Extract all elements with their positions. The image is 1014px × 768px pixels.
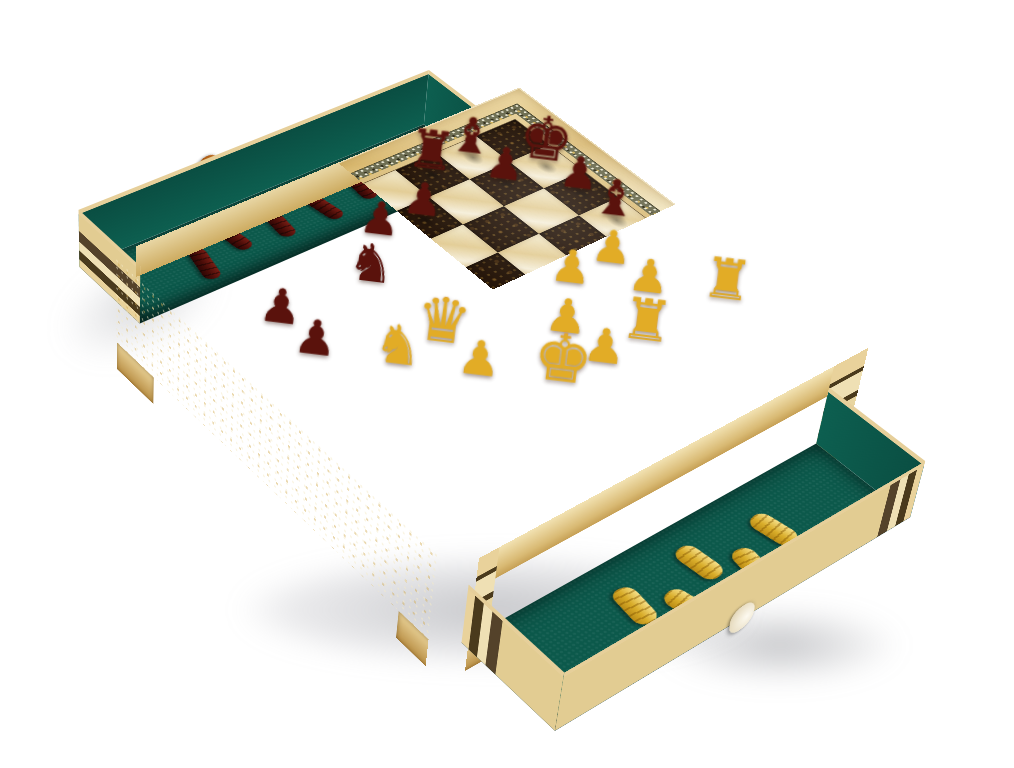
light-pawn-glyph: ♟	[448, 330, 512, 384]
dark-pawn: ♟	[284, 302, 349, 365]
drawer-right-knob-ivory	[729, 597, 756, 638]
light-king-glyph: ♚	[530, 322, 596, 395]
light-king: ♚	[530, 314, 597, 395]
drawer-left-knob-amber	[196, 151, 219, 182]
chess-box: ♚♟♝♝♟♜♟♟♞♟♟♜♟♟♟♜♟♟♚♛♟♞	[115, 88, 869, 571]
light-rook-glyph: ♜	[697, 249, 759, 311]
dark-pawn: ♟	[476, 132, 535, 189]
light-knight-glyph: ♞	[366, 314, 430, 375]
light-pawn: ♟	[448, 322, 513, 385]
captured-piece-light	[671, 542, 728, 583]
light-knight: ♞	[366, 306, 431, 375]
light-rook: ♜	[697, 241, 760, 311]
dark-pawn-glyph: ♟	[284, 310, 348, 364]
dark-knight-glyph: ♞	[341, 234, 403, 293]
dark-pawn-glyph: ♟	[476, 139, 534, 189]
dark-knight: ♞	[341, 226, 404, 292]
photo-scene: ♚♟♝♝♟♜♟♟♞♟♟♜♟♟♟♜♟♟♚♛♟♞	[0, 0, 1014, 768]
